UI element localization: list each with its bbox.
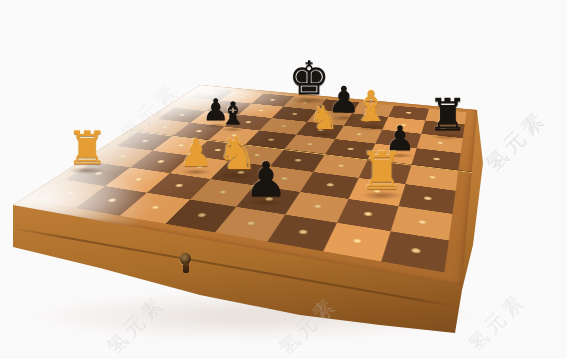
square-center-dot bbox=[395, 137, 402, 140]
square-center-dot bbox=[317, 129, 324, 132]
square-center-dot bbox=[94, 172, 104, 176]
square-center-dot bbox=[337, 164, 345, 167]
square-center-dot bbox=[156, 160, 165, 163]
square-center-dot bbox=[267, 138, 275, 141]
square-center-dot bbox=[347, 147, 355, 150]
square-center-dot bbox=[209, 93, 215, 95]
square-center-dot bbox=[327, 116, 334, 118]
square-center-dot bbox=[133, 178, 143, 182]
square-center-dot bbox=[195, 130, 203, 133]
square-center-dot bbox=[302, 102, 308, 104]
square-center-dot bbox=[429, 175, 437, 179]
square-center-dot bbox=[298, 229, 308, 234]
square-center-dot bbox=[141, 139, 149, 142]
square-center-dot bbox=[253, 153, 261, 156]
square-center-dot bbox=[178, 114, 185, 116]
square-center-dot bbox=[313, 204, 322, 209]
square-center-dot bbox=[150, 205, 161, 210]
square-center-dot bbox=[197, 213, 208, 218]
square-center-dot bbox=[406, 112, 412, 114]
square-center-dot bbox=[196, 165, 205, 168]
square-center-dot bbox=[437, 142, 444, 145]
square-center-dot bbox=[218, 190, 228, 194]
square-center-dot bbox=[364, 212, 373, 217]
square-center-dot bbox=[246, 221, 256, 226]
square-center-dot bbox=[106, 198, 117, 202]
square-center-dot bbox=[353, 238, 363, 244]
square-center-dot bbox=[335, 105, 341, 107]
square-center-dot bbox=[264, 197, 274, 201]
square-center-dot bbox=[382, 169, 390, 173]
square-center-dot bbox=[294, 159, 302, 162]
square-center-dot bbox=[258, 109, 265, 111]
square-center-dot bbox=[177, 144, 185, 147]
square-center-dot bbox=[280, 176, 289, 180]
square-center-dot bbox=[401, 124, 408, 127]
square-center-dot bbox=[355, 133, 362, 136]
square-center-dot bbox=[270, 99, 276, 101]
square-center-dot bbox=[175, 184, 185, 188]
square-center-dot bbox=[230, 134, 238, 137]
square-center-dot bbox=[443, 115, 449, 117]
square-center-dot bbox=[433, 157, 440, 160]
square-center-dot bbox=[306, 143, 314, 146]
square-center-dot bbox=[370, 108, 376, 110]
square-center-dot bbox=[411, 248, 421, 254]
square-center-dot bbox=[226, 106, 233, 108]
square-center-dot bbox=[424, 196, 432, 200]
square-center-dot bbox=[214, 149, 222, 152]
square-center-dot bbox=[292, 113, 299, 115]
square-center-dot bbox=[280, 125, 287, 128]
square-center-dot bbox=[325, 183, 334, 187]
box-latch-tab bbox=[183, 263, 189, 273]
square-center-dot bbox=[119, 155, 128, 158]
stock-watermark-1: 氢元素 bbox=[480, 105, 553, 178]
chess-photo-scene: ♚♟♟♝♝♞♜♟♜♟♞♜♟ 氢元素氢元素氢元素氢元素氢元素 bbox=[0, 0, 567, 359]
square-center-dot bbox=[237, 171, 246, 175]
square-center-dot bbox=[245, 121, 252, 123]
square-center-dot bbox=[373, 189, 382, 193]
square-center-dot bbox=[440, 128, 446, 131]
square-center-dot bbox=[211, 117, 218, 119]
square-center-dot bbox=[418, 220, 427, 225]
square-center-dot bbox=[161, 126, 169, 129]
square-center-dot bbox=[239, 96, 245, 98]
square-center-dot bbox=[65, 191, 76, 195]
square-center-dot bbox=[389, 152, 396, 155]
square-center-dot bbox=[363, 120, 370, 122]
square-center-dot bbox=[194, 103, 201, 105]
